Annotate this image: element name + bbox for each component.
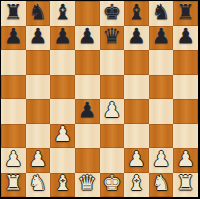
white-bishop[interactable]: ♝	[53, 173, 72, 194]
square-f7[interactable]: ♟	[124, 26, 149, 51]
black-pawn[interactable]: ♟	[4, 26, 23, 47]
black-rook[interactable]: ♜	[4, 2, 23, 23]
white-pawn[interactable]: ♟	[176, 149, 195, 170]
square-h3[interactable]	[173, 124, 198, 149]
square-g7[interactable]: ♟	[149, 26, 174, 51]
square-d4[interactable]: ♟	[75, 99, 100, 124]
black-knight[interactable]: ♞	[29, 2, 48, 23]
square-d3[interactable]	[75, 124, 100, 149]
square-d1[interactable]: ♛	[75, 173, 100, 198]
square-b1[interactable]: ♞	[26, 173, 51, 198]
white-knight[interactable]: ♞	[29, 173, 48, 194]
square-c8[interactable]: ♝	[50, 1, 75, 26]
square-d5[interactable]	[75, 75, 100, 100]
black-queen[interactable]: ♛	[102, 26, 121, 47]
black-pawn[interactable]: ♟	[53, 26, 72, 47]
chess-board-frame: ♜♞♝♚♝♞♜♟♟♟♟♛♟♟♟♟♟♟♟♟♟♟♟♜♞♝♛♚♝♞♜	[0, 0, 200, 199]
square-c6[interactable]	[50, 50, 75, 75]
square-h1[interactable]: ♜	[173, 173, 198, 198]
white-pawn[interactable]: ♟	[53, 124, 72, 145]
white-bishop[interactable]: ♝	[127, 173, 146, 194]
square-b2[interactable]: ♟	[26, 148, 51, 173]
square-e7[interactable]: ♛	[100, 26, 125, 51]
square-a8[interactable]: ♜	[1, 1, 26, 26]
black-pawn[interactable]: ♟	[29, 26, 48, 47]
square-f4[interactable]	[124, 99, 149, 124]
square-e1[interactable]: ♚	[100, 173, 125, 198]
square-c2[interactable]	[50, 148, 75, 173]
square-f3[interactable]	[124, 124, 149, 149]
square-c5[interactable]	[50, 75, 75, 100]
square-b7[interactable]: ♟	[26, 26, 51, 51]
square-a4[interactable]	[1, 99, 26, 124]
black-king[interactable]: ♚	[102, 2, 121, 23]
square-e3[interactable]	[100, 124, 125, 149]
black-pawn[interactable]: ♟	[176, 26, 195, 47]
square-a2[interactable]: ♟	[1, 148, 26, 173]
square-h4[interactable]	[173, 99, 198, 124]
square-f1[interactable]: ♝	[124, 173, 149, 198]
black-pawn[interactable]: ♟	[127, 26, 146, 47]
square-c3[interactable]: ♟	[50, 124, 75, 149]
square-d2[interactable]	[75, 148, 100, 173]
chess-board: ♜♞♝♚♝♞♜♟♟♟♟♛♟♟♟♟♟♟♟♟♟♟♟♜♞♝♛♚♝♞♜	[1, 1, 198, 197]
square-a1[interactable]: ♜	[1, 173, 26, 198]
square-a6[interactable]	[1, 50, 26, 75]
square-b8[interactable]: ♞	[26, 1, 51, 26]
square-e8[interactable]: ♚	[100, 1, 125, 26]
white-knight[interactable]: ♞	[152, 173, 171, 194]
square-e2[interactable]	[100, 148, 125, 173]
square-h6[interactable]	[173, 50, 198, 75]
square-h8[interactable]: ♜	[173, 1, 198, 26]
square-h2[interactable]: ♟	[173, 148, 198, 173]
black-bishop[interactable]: ♝	[53, 2, 72, 23]
square-f5[interactable]	[124, 75, 149, 100]
square-c1[interactable]: ♝	[50, 173, 75, 198]
white-pawn[interactable]: ♟	[29, 149, 48, 170]
black-rook[interactable]: ♜	[176, 2, 195, 23]
square-b4[interactable]	[26, 99, 51, 124]
square-a5[interactable]	[1, 75, 26, 100]
square-b3[interactable]	[26, 124, 51, 149]
black-knight[interactable]: ♞	[152, 2, 171, 23]
square-d6[interactable]	[75, 50, 100, 75]
square-f8[interactable]: ♝	[124, 1, 149, 26]
square-b6[interactable]	[26, 50, 51, 75]
square-g3[interactable]	[149, 124, 174, 149]
white-rook[interactable]: ♜	[176, 173, 195, 194]
square-g8[interactable]: ♞	[149, 1, 174, 26]
square-d8[interactable]	[75, 1, 100, 26]
square-g6[interactable]	[149, 50, 174, 75]
white-pawn[interactable]: ♟	[127, 149, 146, 170]
square-e5[interactable]	[100, 75, 125, 100]
square-c4[interactable]	[50, 99, 75, 124]
white-queen[interactable]: ♛	[78, 173, 97, 194]
square-h5[interactable]	[173, 75, 198, 100]
square-a7[interactable]: ♟	[1, 26, 26, 51]
white-king[interactable]: ♚	[102, 173, 121, 194]
square-a3[interactable]	[1, 124, 26, 149]
square-e4[interactable]: ♟	[100, 99, 125, 124]
square-g4[interactable]	[149, 99, 174, 124]
square-b5[interactable]	[26, 75, 51, 100]
square-g5[interactable]	[149, 75, 174, 100]
black-pawn[interactable]: ♟	[78, 26, 97, 47]
square-g2[interactable]: ♟	[149, 148, 174, 173]
black-bishop[interactable]: ♝	[127, 2, 146, 23]
black-pawn[interactable]: ♟	[152, 26, 171, 47]
white-pawn[interactable]: ♟	[102, 100, 121, 121]
black-pawn[interactable]: ♟	[78, 100, 97, 121]
square-h7[interactable]: ♟	[173, 26, 198, 51]
square-f2[interactable]: ♟	[124, 148, 149, 173]
square-d7[interactable]: ♟	[75, 26, 100, 51]
square-g1[interactable]: ♞	[149, 173, 174, 198]
white-rook[interactable]: ♜	[4, 173, 23, 194]
square-f6[interactable]	[124, 50, 149, 75]
white-pawn[interactable]: ♟	[152, 149, 171, 170]
square-c7[interactable]: ♟	[50, 26, 75, 51]
white-pawn[interactable]: ♟	[4, 149, 23, 170]
square-e6[interactable]	[100, 50, 125, 75]
